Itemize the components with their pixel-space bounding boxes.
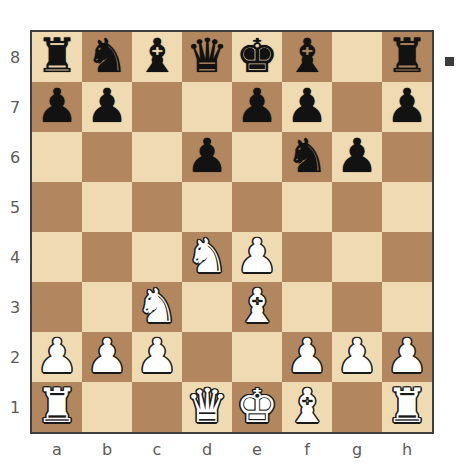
square-a5[interactable] xyxy=(32,182,82,232)
square-g6[interactable]: ♟ xyxy=(332,132,382,182)
square-h5[interactable] xyxy=(382,182,432,232)
piece-white-pawn: ♟ xyxy=(236,232,278,279)
square-g8[interactable] xyxy=(332,32,382,82)
square-b8[interactable]: ♞ xyxy=(82,32,132,82)
square-g7[interactable] xyxy=(332,82,382,132)
piece-black-pawn: ♟ xyxy=(86,82,128,129)
piece-white-pawn: ♟ xyxy=(136,332,178,379)
square-c5[interactable] xyxy=(132,182,182,232)
piece-black-king: ♚ xyxy=(236,32,278,79)
square-a2[interactable]: ♟ xyxy=(32,332,82,382)
square-g3[interactable] xyxy=(332,282,382,332)
file-label-e: e xyxy=(232,436,282,462)
chess-diagram: 87654321 ♜♞♝♛♚♝♜♟♟♟♟♟♟♞♟♞♟♞♝♟♟♟♟♟♟♜♛♚♝♜ … xyxy=(0,0,464,464)
square-d8[interactable]: ♛ xyxy=(182,32,232,82)
piece-white-rook: ♜ xyxy=(36,382,78,429)
square-c6[interactable] xyxy=(132,132,182,182)
piece-black-pawn: ♟ xyxy=(286,82,328,129)
square-c1[interactable] xyxy=(132,382,182,432)
piece-black-pawn: ♟ xyxy=(386,82,428,129)
square-f4[interactable] xyxy=(282,232,332,282)
square-c3[interactable]: ♞ xyxy=(132,282,182,332)
square-a1[interactable]: ♜ xyxy=(32,382,82,432)
side-to-move-indicator xyxy=(445,57,454,66)
square-d1[interactable]: ♛ xyxy=(182,382,232,432)
rank-label-5: 5 xyxy=(0,182,30,232)
rank-labels: 87654321 xyxy=(0,32,30,432)
file-label-b: b xyxy=(82,436,132,462)
square-h1[interactable]: ♜ xyxy=(382,382,432,432)
square-b5[interactable] xyxy=(82,182,132,232)
piece-white-rook: ♜ xyxy=(386,382,428,429)
piece-white-pawn: ♟ xyxy=(336,332,378,379)
piece-black-knight: ♞ xyxy=(286,132,328,179)
square-e8[interactable]: ♚ xyxy=(232,32,282,82)
file-label-h: h xyxy=(382,436,432,462)
piece-white-bishop: ♝ xyxy=(236,282,278,329)
piece-white-bishop: ♝ xyxy=(286,382,328,429)
file-label-f: f xyxy=(282,436,332,462)
square-h6[interactable] xyxy=(382,132,432,182)
square-c7[interactable] xyxy=(132,82,182,132)
rank-label-3: 3 xyxy=(0,282,30,332)
square-h3[interactable] xyxy=(382,282,432,332)
piece-white-king: ♚ xyxy=(236,382,278,429)
square-b3[interactable] xyxy=(82,282,132,332)
piece-black-bishop: ♝ xyxy=(136,32,178,79)
square-h7[interactable]: ♟ xyxy=(382,82,432,132)
piece-white-knight: ♞ xyxy=(136,282,178,329)
square-f3[interactable] xyxy=(282,282,332,332)
square-e2[interactable] xyxy=(232,332,282,382)
square-c2[interactable]: ♟ xyxy=(132,332,182,382)
chess-board: ♜♞♝♛♚♝♜♟♟♟♟♟♟♞♟♞♟♞♝♟♟♟♟♟♟♜♛♚♝♜ xyxy=(30,30,434,434)
square-a8[interactable]: ♜ xyxy=(32,32,82,82)
square-d2[interactable] xyxy=(182,332,232,382)
square-d4[interactable]: ♞ xyxy=(182,232,232,282)
square-a7[interactable]: ♟ xyxy=(32,82,82,132)
rank-label-2: 2 xyxy=(0,332,30,382)
piece-black-knight: ♞ xyxy=(86,32,128,79)
square-h8[interactable]: ♜ xyxy=(382,32,432,82)
rank-label-4: 4 xyxy=(0,232,30,282)
file-label-c: c xyxy=(132,436,182,462)
piece-white-pawn: ♟ xyxy=(36,332,78,379)
square-f5[interactable] xyxy=(282,182,332,232)
piece-black-bishop: ♝ xyxy=(286,32,328,79)
square-b1[interactable] xyxy=(82,382,132,432)
square-h4[interactable] xyxy=(382,232,432,282)
square-a4[interactable] xyxy=(32,232,82,282)
piece-white-pawn: ♟ xyxy=(286,332,328,379)
square-c4[interactable] xyxy=(132,232,182,282)
piece-white-pawn: ♟ xyxy=(386,332,428,379)
square-b6[interactable] xyxy=(82,132,132,182)
square-f7[interactable]: ♟ xyxy=(282,82,332,132)
piece-white-queen: ♛ xyxy=(186,382,228,429)
square-f8[interactable]: ♝ xyxy=(282,32,332,82)
square-b7[interactable]: ♟ xyxy=(82,82,132,132)
square-d3[interactable] xyxy=(182,282,232,332)
piece-black-pawn: ♟ xyxy=(36,82,78,129)
piece-black-queen: ♛ xyxy=(186,32,228,79)
file-label-a: a xyxy=(32,436,82,462)
file-labels: abcdefgh xyxy=(32,436,432,462)
square-f1[interactable]: ♝ xyxy=(282,382,332,432)
piece-white-pawn: ♟ xyxy=(86,332,128,379)
piece-black-pawn: ♟ xyxy=(236,82,278,129)
square-h2[interactable]: ♟ xyxy=(382,332,432,382)
rank-label-7: 7 xyxy=(0,82,30,132)
square-g2[interactable]: ♟ xyxy=(332,332,382,382)
rank-label-8: 8 xyxy=(0,32,30,82)
square-c8[interactable]: ♝ xyxy=(132,32,182,82)
square-e4[interactable]: ♟ xyxy=(232,232,282,282)
square-d7[interactable] xyxy=(182,82,232,132)
square-a3[interactable] xyxy=(32,282,82,332)
square-e6[interactable] xyxy=(232,132,282,182)
square-e5[interactable] xyxy=(232,182,282,232)
square-b4[interactable] xyxy=(82,232,132,282)
square-g1[interactable] xyxy=(332,382,382,432)
file-label-d: d xyxy=(182,436,232,462)
square-d6[interactable]: ♟ xyxy=(182,132,232,182)
square-e3[interactable]: ♝ xyxy=(232,282,282,332)
piece-black-pawn: ♟ xyxy=(336,132,378,179)
square-g5[interactable] xyxy=(332,182,382,232)
square-f2[interactable]: ♟ xyxy=(282,332,332,382)
square-f6[interactable]: ♞ xyxy=(282,132,332,182)
square-b2[interactable]: ♟ xyxy=(82,332,132,382)
piece-white-knight: ♞ xyxy=(186,232,228,279)
square-d5[interactable] xyxy=(182,182,232,232)
piece-black-rook: ♜ xyxy=(386,32,428,79)
square-a6[interactable] xyxy=(32,132,82,182)
file-label-g: g xyxy=(332,436,382,462)
rank-label-1: 1 xyxy=(0,382,30,432)
square-e7[interactable]: ♟ xyxy=(232,82,282,132)
square-e1[interactable]: ♚ xyxy=(232,382,282,432)
square-g4[interactable] xyxy=(332,232,382,282)
rank-label-6: 6 xyxy=(0,132,30,182)
piece-black-rook: ♜ xyxy=(36,32,78,79)
piece-black-pawn: ♟ xyxy=(186,132,228,179)
